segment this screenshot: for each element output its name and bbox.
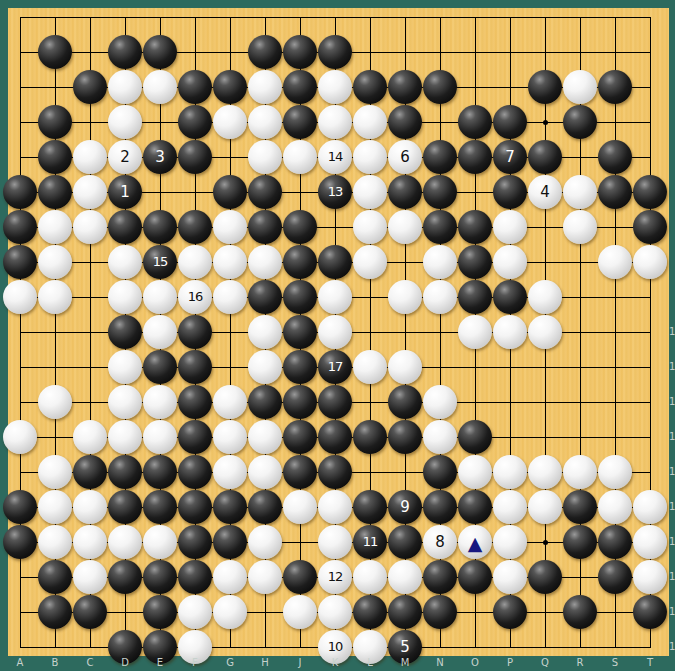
white-stone <box>283 595 317 629</box>
black-stone <box>248 280 282 314</box>
black-stone <box>178 210 212 244</box>
white-stone <box>633 490 667 524</box>
white-stone <box>598 490 632 524</box>
black-stone <box>563 525 597 559</box>
black-stone <box>528 140 562 174</box>
black-stone <box>283 245 317 279</box>
white-stone <box>73 210 107 244</box>
white-stone <box>388 350 422 384</box>
black-stone <box>493 280 527 314</box>
black-stone <box>108 560 142 594</box>
white-stone <box>283 140 317 174</box>
black-stone <box>598 525 632 559</box>
white-stone <box>318 595 352 629</box>
white-stone <box>633 525 667 559</box>
column-coordinate-label: K <box>325 657 345 668</box>
white-stone <box>108 350 142 384</box>
white-stone <box>353 350 387 384</box>
star-point <box>543 120 548 125</box>
white-stone <box>388 560 422 594</box>
black-stone <box>283 455 317 489</box>
column-coordinate-label: Q <box>535 657 555 668</box>
column-coordinate-label: T <box>640 657 660 668</box>
white-stone <box>528 175 562 209</box>
column-coordinate-label: J <box>290 657 310 668</box>
black-stone <box>213 175 247 209</box>
black-stone <box>318 385 352 419</box>
black-stone <box>213 490 247 524</box>
black-stone <box>108 35 142 69</box>
white-stone <box>178 280 212 314</box>
black-stone <box>38 105 72 139</box>
white-stone <box>38 210 72 244</box>
white-stone <box>353 175 387 209</box>
black-stone <box>318 175 352 209</box>
black-stone <box>528 70 562 104</box>
black-stone <box>598 70 632 104</box>
white-stone <box>353 245 387 279</box>
white-stone <box>493 245 527 279</box>
black-stone <box>423 175 457 209</box>
white-stone <box>213 595 247 629</box>
white-stone <box>3 420 37 454</box>
black-stone <box>3 490 37 524</box>
black-stone <box>283 280 317 314</box>
white-stone <box>143 280 177 314</box>
white-stone <box>528 280 562 314</box>
black-stone <box>143 140 177 174</box>
white-stone <box>423 280 457 314</box>
black-stone <box>248 385 282 419</box>
black-stone <box>598 175 632 209</box>
white-stone <box>73 490 107 524</box>
black-stone <box>108 315 142 349</box>
star-point <box>543 540 548 545</box>
black-stone <box>283 385 317 419</box>
white-stone <box>318 140 352 174</box>
black-stone <box>458 210 492 244</box>
white-stone <box>563 210 597 244</box>
black-stone <box>38 595 72 629</box>
black-stone <box>423 70 457 104</box>
black-stone <box>248 490 282 524</box>
white-stone <box>73 560 107 594</box>
black-stone <box>283 560 317 594</box>
white-stone <box>563 70 597 104</box>
black-stone <box>458 105 492 139</box>
black-stone <box>458 140 492 174</box>
white-stone <box>108 70 142 104</box>
white-stone <box>318 490 352 524</box>
white-stone <box>388 210 422 244</box>
black-stone <box>388 525 422 559</box>
black-stone <box>178 420 212 454</box>
black-stone <box>388 70 422 104</box>
black-stone <box>493 105 527 139</box>
white-stone <box>213 105 247 139</box>
row-coordinate-label-clipped: 1 <box>669 396 675 407</box>
black-stone <box>458 560 492 594</box>
white-stone <box>598 455 632 489</box>
column-coordinate-label: S <box>605 657 625 668</box>
white-stone <box>353 140 387 174</box>
black-stone <box>248 210 282 244</box>
column-coordinate-label: M <box>395 657 415 668</box>
black-stone <box>143 35 177 69</box>
black-stone <box>248 175 282 209</box>
white-stone <box>143 525 177 559</box>
black-stone <box>108 455 142 489</box>
white-stone <box>108 245 142 279</box>
black-stone <box>283 210 317 244</box>
column-coordinate-label: N <box>430 657 450 668</box>
white-stone <box>213 455 247 489</box>
white-stone <box>563 175 597 209</box>
black-stone <box>283 70 317 104</box>
column-coordinate-label: H <box>255 657 275 668</box>
column-coordinate-label: R <box>570 657 590 668</box>
white-stone <box>633 560 667 594</box>
white-stone <box>38 385 72 419</box>
white-stone <box>108 280 142 314</box>
white-stone <box>458 525 492 559</box>
black-stone <box>388 490 422 524</box>
white-stone <box>248 70 282 104</box>
white-stone <box>353 105 387 139</box>
white-stone <box>38 525 72 559</box>
black-stone <box>353 420 387 454</box>
white-stone <box>248 420 282 454</box>
white-stone <box>318 105 352 139</box>
black-stone <box>178 385 212 419</box>
black-stone <box>423 455 457 489</box>
black-stone <box>283 350 317 384</box>
white-stone <box>108 525 142 559</box>
black-stone <box>598 560 632 594</box>
black-stone <box>318 455 352 489</box>
column-coordinate-label: C <box>80 657 100 668</box>
white-stone <box>458 455 492 489</box>
black-stone <box>143 490 177 524</box>
white-stone <box>598 245 632 279</box>
black-stone <box>178 350 212 384</box>
black-stone <box>73 455 107 489</box>
black-stone <box>353 525 387 559</box>
white-stone <box>283 490 317 524</box>
black-stone <box>388 420 422 454</box>
white-stone <box>248 560 282 594</box>
white-stone <box>318 525 352 559</box>
black-stone <box>528 560 562 594</box>
white-stone <box>248 350 282 384</box>
black-stone <box>38 140 72 174</box>
white-stone <box>423 420 457 454</box>
black-stone <box>3 175 37 209</box>
white-stone <box>423 245 457 279</box>
black-stone <box>73 595 107 629</box>
black-stone <box>283 105 317 139</box>
white-stone <box>458 315 492 349</box>
row-coordinate-label-clipped: 1 <box>669 606 675 617</box>
white-stone <box>493 210 527 244</box>
black-stone <box>633 175 667 209</box>
row-coordinate-label-clipped: 1 <box>669 501 675 512</box>
black-stone <box>458 420 492 454</box>
row-coordinate-label-clipped: 1 <box>669 326 675 337</box>
white-stone <box>73 175 107 209</box>
white-stone <box>248 245 282 279</box>
white-stone <box>493 560 527 594</box>
white-stone <box>73 525 107 559</box>
column-coordinate-label: L <box>360 657 380 668</box>
white-stone <box>423 525 457 559</box>
white-stone <box>493 525 527 559</box>
white-stone <box>528 455 562 489</box>
go-game-screenshot: 1234567891011121314151617▲ABCDEFGHJKLMNO… <box>0 0 675 671</box>
black-stone <box>178 105 212 139</box>
white-stone <box>38 245 72 279</box>
white-stone <box>108 140 142 174</box>
white-stone <box>213 560 247 594</box>
black-stone <box>143 210 177 244</box>
white-stone <box>73 420 107 454</box>
black-stone <box>3 525 37 559</box>
white-stone <box>248 525 282 559</box>
column-coordinate-label: D <box>115 657 135 668</box>
black-stone <box>458 245 492 279</box>
black-stone <box>423 560 457 594</box>
white-stone <box>248 315 282 349</box>
black-stone <box>598 140 632 174</box>
column-coordinate-label: B <box>45 657 65 668</box>
white-stone <box>73 140 107 174</box>
black-stone <box>318 35 352 69</box>
white-stone <box>38 490 72 524</box>
black-stone <box>248 35 282 69</box>
black-stone <box>38 560 72 594</box>
black-stone <box>143 595 177 629</box>
white-stone <box>423 385 457 419</box>
column-coordinate-label: E <box>150 657 170 668</box>
black-stone <box>283 315 317 349</box>
black-stone <box>353 70 387 104</box>
black-stone <box>388 595 422 629</box>
white-stone <box>493 490 527 524</box>
row-coordinate-label-clipped: 1 <box>669 431 675 442</box>
black-stone <box>353 595 387 629</box>
white-stone <box>178 245 212 279</box>
white-stone <box>38 280 72 314</box>
black-stone <box>318 245 352 279</box>
white-stone <box>493 315 527 349</box>
black-stone <box>178 315 212 349</box>
white-stone <box>353 210 387 244</box>
black-stone <box>3 210 37 244</box>
row-coordinate-label-clipped: 1 <box>669 361 675 372</box>
black-stone <box>458 490 492 524</box>
black-stone <box>143 350 177 384</box>
white-stone <box>633 245 667 279</box>
white-stone <box>108 385 142 419</box>
black-stone <box>423 490 457 524</box>
black-stone <box>318 420 352 454</box>
white-stone <box>248 105 282 139</box>
white-stone <box>528 315 562 349</box>
black-stone <box>633 595 667 629</box>
black-stone <box>178 455 212 489</box>
black-stone <box>493 595 527 629</box>
white-stone <box>493 455 527 489</box>
white-stone <box>178 595 212 629</box>
black-stone <box>563 490 597 524</box>
white-stone <box>213 385 247 419</box>
white-stone <box>143 385 177 419</box>
black-stone <box>493 140 527 174</box>
column-coordinate-label: O <box>465 657 485 668</box>
white-stone <box>108 105 142 139</box>
black-stone <box>458 280 492 314</box>
black-stone <box>143 455 177 489</box>
black-stone <box>423 210 457 244</box>
black-stone <box>213 70 247 104</box>
black-stone <box>563 105 597 139</box>
white-stone <box>248 140 282 174</box>
white-stone <box>248 455 282 489</box>
white-stone <box>318 560 352 594</box>
black-stone <box>388 105 422 139</box>
black-stone <box>178 560 212 594</box>
white-stone <box>108 420 142 454</box>
black-stone <box>493 175 527 209</box>
black-stone <box>178 140 212 174</box>
black-stone <box>108 175 142 209</box>
black-stone <box>178 490 212 524</box>
white-stone <box>38 455 72 489</box>
column-coordinate-label: G <box>220 657 240 668</box>
white-stone <box>213 280 247 314</box>
white-stone <box>143 315 177 349</box>
column-coordinate-label: F <box>185 657 205 668</box>
black-stone <box>3 245 37 279</box>
white-stone <box>563 455 597 489</box>
black-stone <box>38 175 72 209</box>
black-stone <box>178 70 212 104</box>
white-stone <box>143 70 177 104</box>
black-stone <box>143 245 177 279</box>
black-stone <box>38 35 72 69</box>
column-coordinate-label: P <box>500 657 520 668</box>
white-stone <box>388 140 422 174</box>
white-stone <box>213 210 247 244</box>
white-stone <box>213 245 247 279</box>
black-stone <box>108 490 142 524</box>
row-coordinate-label-clipped: 1 <box>669 571 675 582</box>
white-stone <box>318 280 352 314</box>
black-stone <box>423 595 457 629</box>
row-coordinate-label-clipped: 1 <box>669 536 675 547</box>
white-stone <box>318 70 352 104</box>
black-stone <box>283 35 317 69</box>
black-stone <box>563 595 597 629</box>
black-stone <box>143 560 177 594</box>
black-stone <box>178 525 212 559</box>
column-coordinate-label: A <box>10 657 30 668</box>
white-stone <box>388 280 422 314</box>
white-stone <box>143 420 177 454</box>
black-stone <box>108 210 142 244</box>
row-coordinate-label-clipped: 1 <box>669 466 675 477</box>
black-stone <box>213 525 247 559</box>
black-stone <box>73 70 107 104</box>
white-stone <box>213 420 247 454</box>
white-stone <box>353 560 387 594</box>
black-stone <box>633 210 667 244</box>
black-stone <box>353 490 387 524</box>
white-stone <box>3 280 37 314</box>
black-stone <box>318 350 352 384</box>
black-stone <box>283 420 317 454</box>
white-stone <box>318 315 352 349</box>
black-stone <box>388 175 422 209</box>
white-stone <box>528 490 562 524</box>
row-coordinate-label-clipped: 1 <box>669 641 675 652</box>
black-stone <box>388 385 422 419</box>
black-stone <box>423 140 457 174</box>
